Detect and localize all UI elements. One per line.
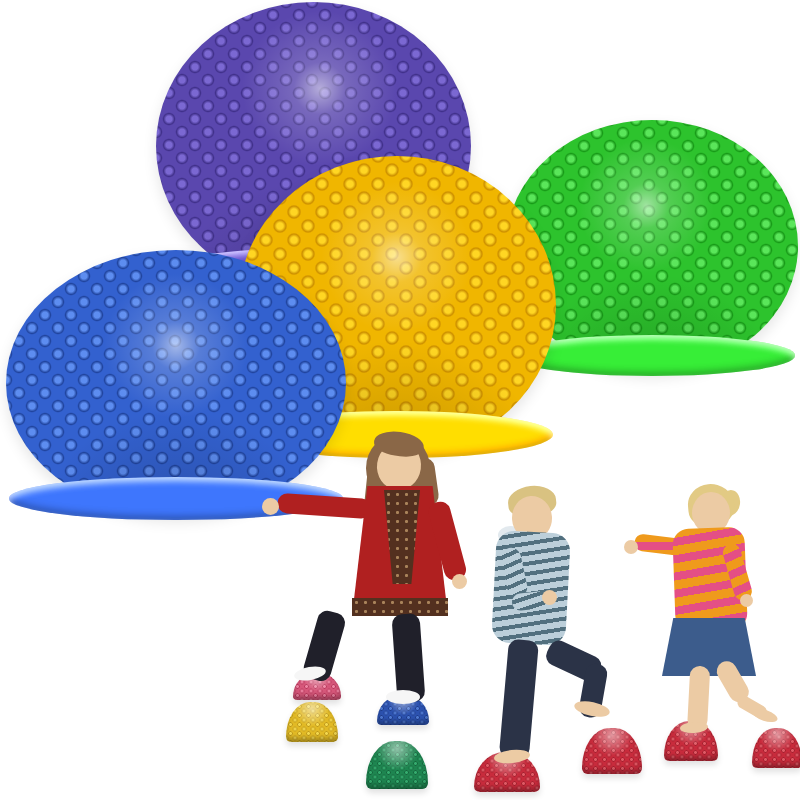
girl2-denim-skirt: [662, 618, 756, 676]
girl1-tunic-hem: [352, 598, 448, 616]
girl2-foot-right: [751, 706, 779, 724]
boy-hoodie: [491, 530, 571, 646]
girl1-leg-right: [391, 613, 425, 703]
boy-leg-left: [499, 639, 539, 759]
girl1-shoe-right: [386, 690, 420, 704]
pod-red-2: [582, 728, 642, 774]
girl2-leg-left: [687, 665, 710, 730]
pod-yellow: [286, 702, 338, 742]
pod-green: [366, 741, 428, 789]
pod-red-4: [752, 728, 800, 768]
massage-ball-blue: [6, 250, 346, 516]
girl2-hand-left: [740, 594, 753, 607]
girl2-hand-right: [624, 540, 638, 554]
girl1-hand-left: [452, 574, 467, 589]
product-photo: [0, 0, 800, 800]
boy-hand: [542, 590, 557, 605]
girl1-hand-right: [262, 498, 279, 515]
girl1-arm-right: [277, 493, 372, 520]
